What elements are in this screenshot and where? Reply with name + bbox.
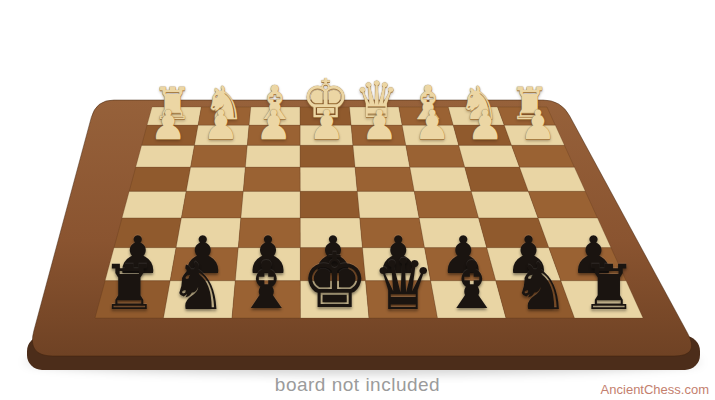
piece-black-knight[interactable]: ♞ xyxy=(169,255,227,320)
square-g4[interactable] xyxy=(186,167,245,191)
piece-white-pawn[interactable]: ♟ xyxy=(308,105,344,146)
piece-black-king[interactable]: ♚ xyxy=(301,244,369,320)
square-c5[interactable] xyxy=(414,191,478,218)
piece-white-pawn[interactable]: ♟ xyxy=(150,105,186,146)
square-e4[interactable] xyxy=(300,167,357,191)
square-c4[interactable] xyxy=(410,167,471,191)
piece-black-rook[interactable]: ♜ xyxy=(101,257,157,319)
square-b5[interactable] xyxy=(471,191,538,218)
piece-white-pawn[interactable]: ♟ xyxy=(414,105,450,146)
square-e5[interactable] xyxy=(300,191,360,218)
piece-black-bishop[interactable]: ♝ xyxy=(237,253,296,319)
watermark-link[interactable]: AncientChess.com xyxy=(601,382,709,397)
piece-white-pawn[interactable]: ♟ xyxy=(203,105,239,146)
square-b4[interactable] xyxy=(465,167,529,191)
square-d5[interactable] xyxy=(357,191,419,218)
square-f5[interactable] xyxy=(241,191,300,218)
piece-white-pawn[interactable]: ♟ xyxy=(256,105,292,146)
piece-black-bishop[interactable]: ♝ xyxy=(442,253,501,319)
square-d4[interactable] xyxy=(355,167,414,191)
piece-white-pawn[interactable]: ♟ xyxy=(467,105,503,146)
square-f4[interactable] xyxy=(243,167,300,191)
piece-black-knight[interactable]: ♞ xyxy=(511,255,569,320)
piece-black-queen[interactable]: ♛ xyxy=(372,250,435,320)
square-g5[interactable] xyxy=(181,191,243,218)
square-h5[interactable] xyxy=(122,191,186,218)
square-a4[interactable] xyxy=(520,167,586,191)
chess-set-product-photo: ♜♞♝♚♛♝♞♜♟♟♟♟♟♟♟♟♟♟♟♟♟♟♟♟♜♞♝♚♛♝♞♜ board n… xyxy=(0,0,715,400)
piece-white-pawn[interactable]: ♟ xyxy=(361,105,397,146)
square-a5[interactable] xyxy=(528,191,597,218)
chess-board xyxy=(0,0,715,400)
piece-black-rook[interactable]: ♜ xyxy=(581,257,637,319)
piece-white-pawn[interactable]: ♟ xyxy=(520,105,556,146)
square-h4[interactable] xyxy=(129,167,190,191)
